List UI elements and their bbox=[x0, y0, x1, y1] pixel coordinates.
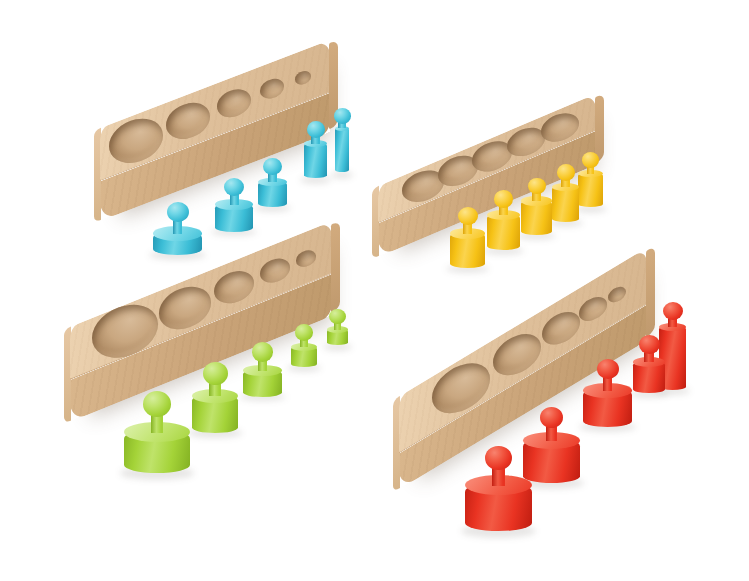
product-photo bbox=[0, 0, 749, 581]
knob-ball bbox=[224, 178, 244, 196]
knob-ball bbox=[528, 178, 546, 195]
knob-stem bbox=[151, 414, 164, 433]
blue-socket-3 bbox=[217, 87, 251, 121]
block-right-end-face bbox=[595, 93, 604, 163]
cylinder-body bbox=[335, 127, 349, 172]
red-knobbed-cylinder-4 bbox=[633, 360, 665, 393]
knob-stem bbox=[492, 467, 504, 486]
knob-ball bbox=[329, 309, 346, 325]
green-knobbed-cylinder-5 bbox=[327, 328, 348, 345]
blue-knobbed-cylinder-1 bbox=[153, 230, 202, 255]
cylinder-body bbox=[578, 172, 603, 207]
green-knobbed-cylinder-1 bbox=[124, 428, 190, 473]
knob-ball bbox=[307, 121, 325, 138]
yellow-knobbed-cylinder-1 bbox=[450, 231, 485, 268]
yellow-knobbed-cylinder-5 bbox=[578, 172, 603, 207]
red-knobbed-cylinder-3 bbox=[583, 387, 632, 427]
knob-ball bbox=[263, 158, 282, 175]
knob-ball bbox=[597, 359, 619, 379]
blue-knobbed-cylinder-3 bbox=[258, 180, 287, 207]
knob-ball bbox=[295, 324, 313, 341]
yellow-knobbed-cylinder-2 bbox=[487, 213, 520, 250]
red-knobbed-cylinder-2 bbox=[523, 437, 580, 483]
red-knobbed-cylinder-1 bbox=[465, 481, 532, 531]
green-knobbed-cylinder-4 bbox=[291, 345, 317, 367]
yellow-socket-4 bbox=[507, 124, 545, 160]
yellow-knobbed-cylinder-3 bbox=[521, 199, 552, 235]
knob-ball bbox=[663, 302, 683, 320]
cylinder-body bbox=[304, 142, 327, 178]
knob-ball bbox=[639, 335, 660, 354]
knob-ball bbox=[485, 446, 512, 471]
block-right-end-face bbox=[331, 221, 340, 313]
blue-socket-2 bbox=[166, 99, 210, 143]
knob-ball bbox=[557, 164, 575, 181]
yellow-knobbed-cylinder-4 bbox=[552, 185, 579, 222]
knob-ball bbox=[143, 391, 171, 417]
knob-ball bbox=[167, 202, 189, 222]
green-socket-5 bbox=[296, 249, 316, 269]
block-right-end-face bbox=[646, 246, 655, 338]
green-knobbed-cylinder-2 bbox=[192, 393, 238, 433]
blue-knobbed-cylinder-2 bbox=[215, 202, 253, 232]
knob-ball bbox=[540, 407, 563, 428]
red-socket-4 bbox=[579, 293, 607, 324]
blue-wooden-block bbox=[100, 40, 330, 220]
red-socket-5 bbox=[608, 285, 626, 305]
knob-ball bbox=[458, 207, 478, 225]
knob-ball bbox=[252, 342, 273, 361]
red-socket-3 bbox=[542, 307, 580, 350]
blue-socket-5 bbox=[295, 69, 311, 85]
green-socket-2 bbox=[159, 282, 211, 333]
blue-knobbed-cylinder-5 bbox=[335, 127, 349, 172]
blue-socket-4 bbox=[260, 77, 284, 101]
knob-ball bbox=[582, 152, 599, 168]
knob-ball bbox=[203, 362, 228, 385]
green-knobbed-cylinder-3 bbox=[243, 368, 282, 397]
knob-ball bbox=[334, 108, 351, 124]
knob-ball bbox=[494, 190, 513, 207]
green-socket-3 bbox=[214, 268, 254, 308]
green-socket-4 bbox=[260, 256, 290, 286]
blue-knobbed-cylinder-4 bbox=[304, 142, 327, 178]
yellow-socket-5 bbox=[541, 110, 579, 146]
